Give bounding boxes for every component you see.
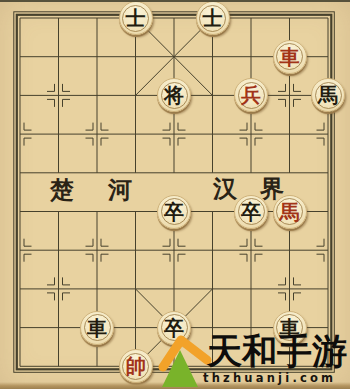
piece-character: 車 xyxy=(274,312,306,344)
piece-character: 士 xyxy=(120,2,152,34)
piece-black-chariot[interactable]: 車 xyxy=(80,311,114,345)
piece-character: 車 xyxy=(274,41,306,73)
xiangqi-screenshot: 楚河汉界 士士車将兵馬卒卒馬車卒車帥 天和手游 thzhuanji.com xyxy=(0,0,350,389)
top-edge-shadow xyxy=(0,0,350,2)
piece-red-chariot[interactable]: 車 xyxy=(273,40,307,74)
piece-character: 馬 xyxy=(312,79,344,111)
piece-character: 将 xyxy=(158,79,190,111)
piece-red-soldier[interactable]: 兵 xyxy=(234,78,268,112)
piece-character: 兵 xyxy=(235,79,267,111)
piece-black-soldier[interactable]: 卒 xyxy=(157,311,191,345)
piece-black-horse[interactable]: 馬 xyxy=(311,78,345,112)
piece-black-soldier[interactable]: 卒 xyxy=(157,195,191,229)
piece-red-king[interactable]: 帥 xyxy=(119,349,153,383)
piece-black-general[interactable]: 将 xyxy=(157,78,191,112)
piece-character: 卒 xyxy=(235,196,267,228)
bottom-edge-shadow xyxy=(0,382,350,389)
piece-character: 卒 xyxy=(158,312,190,344)
piece-character: 馬 xyxy=(274,196,306,228)
piece-black-chariot[interactable]: 車 xyxy=(273,311,307,345)
piece-character: 士 xyxy=(197,2,229,34)
river-label: 河 xyxy=(108,174,132,206)
piece-black-soldier[interactable]: 卒 xyxy=(234,195,268,229)
piece-character: 車 xyxy=(81,312,113,344)
piece-character: 卒 xyxy=(158,196,190,228)
piece-black-advisor[interactable]: 士 xyxy=(119,1,153,35)
piece-red-horse[interactable]: 馬 xyxy=(273,195,307,229)
river-label: 楚 xyxy=(50,174,74,206)
river-label: 汉 xyxy=(213,173,237,205)
piece-black-advisor[interactable]: 士 xyxy=(196,1,230,35)
piece-character: 帥 xyxy=(120,350,152,382)
